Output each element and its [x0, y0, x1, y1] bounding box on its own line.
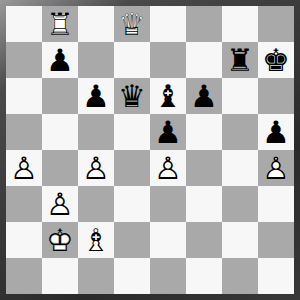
- square-g2[interactable]: [222, 222, 258, 258]
- square-e2[interactable]: [150, 222, 186, 258]
- square-f8[interactable]: [186, 6, 222, 42]
- square-d3[interactable]: [114, 186, 150, 222]
- square-g1[interactable]: [222, 258, 258, 294]
- black-pawn: ♟: [186, 78, 222, 114]
- black-bishop: ♝: [150, 78, 186, 114]
- chess-board-frame: ♜♖♛♕♟♜♚♟♛♝♟♟♟♟♙♟♙♟♙♟♙♟♙♚♔♝♗: [0, 0, 300, 300]
- square-g6[interactable]: [222, 78, 258, 114]
- square-h5[interactable]: ♟: [258, 114, 294, 150]
- white-pawn: ♟♙: [150, 150, 186, 186]
- square-c3[interactable]: [78, 186, 114, 222]
- square-h2[interactable]: [258, 222, 294, 258]
- white-bishop: ♝♗: [78, 222, 114, 258]
- square-d4[interactable]: [114, 150, 150, 186]
- square-h4[interactable]: ♟♙: [258, 150, 294, 186]
- square-a3[interactable]: [6, 186, 42, 222]
- square-f3[interactable]: [186, 186, 222, 222]
- square-b8[interactable]: ♜♖: [42, 6, 78, 42]
- square-f5[interactable]: [186, 114, 222, 150]
- white-pawn: ♟♙: [6, 150, 42, 186]
- square-a6[interactable]: [6, 78, 42, 114]
- square-c5[interactable]: [78, 114, 114, 150]
- square-c8[interactable]: [78, 6, 114, 42]
- square-d8[interactable]: ♛♕: [114, 6, 150, 42]
- square-g7[interactable]: ♜: [222, 42, 258, 78]
- square-a5[interactable]: [6, 114, 42, 150]
- square-g3[interactable]: [222, 186, 258, 222]
- square-c4[interactable]: ♟♙: [78, 150, 114, 186]
- square-b5[interactable]: [42, 114, 78, 150]
- square-b7[interactable]: ♟: [42, 42, 78, 78]
- square-b2[interactable]: ♚♔: [42, 222, 78, 258]
- square-f4[interactable]: [186, 150, 222, 186]
- square-d1[interactable]: [114, 258, 150, 294]
- square-b3[interactable]: ♟♙: [42, 186, 78, 222]
- square-h8[interactable]: [258, 6, 294, 42]
- black-pawn: ♟: [258, 114, 294, 150]
- square-f7[interactable]: [186, 42, 222, 78]
- square-e1[interactable]: [150, 258, 186, 294]
- square-h3[interactable]: [258, 186, 294, 222]
- square-e5[interactable]: ♟: [150, 114, 186, 150]
- white-pawn: ♟♙: [258, 150, 294, 186]
- square-g5[interactable]: [222, 114, 258, 150]
- black-king: ♚: [258, 42, 294, 78]
- square-e7[interactable]: [150, 42, 186, 78]
- square-d7[interactable]: [114, 42, 150, 78]
- white-rook: ♜♖: [42, 6, 78, 42]
- square-b4[interactable]: [42, 150, 78, 186]
- square-c2[interactable]: ♝♗: [78, 222, 114, 258]
- square-c7[interactable]: [78, 42, 114, 78]
- square-h6[interactable]: [258, 78, 294, 114]
- square-a7[interactable]: [6, 42, 42, 78]
- black-pawn: ♟: [42, 42, 78, 78]
- square-a8[interactable]: [6, 6, 42, 42]
- black-pawn: ♟: [78, 78, 114, 114]
- square-e3[interactable]: [150, 186, 186, 222]
- square-d5[interactable]: [114, 114, 150, 150]
- square-c6[interactable]: ♟: [78, 78, 114, 114]
- chess-board: ♜♖♛♕♟♜♚♟♛♝♟♟♟♟♙♟♙♟♙♟♙♟♙♚♔♝♗: [6, 6, 294, 294]
- square-c1[interactable]: [78, 258, 114, 294]
- square-g4[interactable]: [222, 150, 258, 186]
- square-b1[interactable]: [42, 258, 78, 294]
- white-queen: ♛♕: [114, 6, 150, 42]
- square-f6[interactable]: ♟: [186, 78, 222, 114]
- square-g8[interactable]: [222, 6, 258, 42]
- square-f2[interactable]: [186, 222, 222, 258]
- square-a2[interactable]: [6, 222, 42, 258]
- square-b6[interactable]: [42, 78, 78, 114]
- white-pawn: ♟♙: [42, 186, 78, 222]
- square-e8[interactable]: [150, 6, 186, 42]
- black-queen: ♛: [114, 78, 150, 114]
- square-d6[interactable]: ♛: [114, 78, 150, 114]
- white-king: ♚♔: [42, 222, 78, 258]
- square-h7[interactable]: ♚: [258, 42, 294, 78]
- square-f1[interactable]: [186, 258, 222, 294]
- square-a1[interactable]: [6, 258, 42, 294]
- square-h1[interactable]: [258, 258, 294, 294]
- square-e4[interactable]: ♟♙: [150, 150, 186, 186]
- white-pawn: ♟♙: [78, 150, 114, 186]
- square-a4[interactable]: ♟♙: [6, 150, 42, 186]
- square-e6[interactable]: ♝: [150, 78, 186, 114]
- black-pawn: ♟: [150, 114, 186, 150]
- black-rook: ♜: [222, 42, 258, 78]
- square-d2[interactable]: [114, 222, 150, 258]
